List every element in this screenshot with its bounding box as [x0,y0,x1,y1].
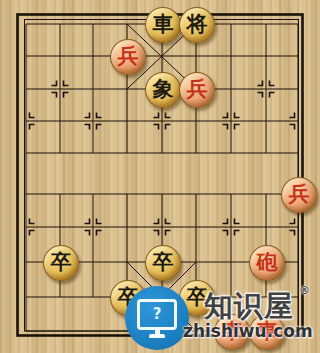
piece-red-soldier-3[interactable]: 兵 [281,177,317,213]
piece-black-soldier-2[interactable]: 卒 [145,245,181,281]
piece-black-chariot[interactable]: 車 [145,7,181,43]
piece-red-soldier-1[interactable]: 兵 [110,39,146,75]
piece-glyph: 兵 [289,184,310,205]
piece-black-general[interactable]: 将 [179,7,215,43]
piece-glyph: 卒 [51,252,72,273]
piece-glyph: 将 [187,14,208,35]
piece-glyph: 卒 [153,252,174,273]
piece-black-elephant[interactable]: 象 [145,72,181,108]
piece-glyph: 砲 [257,252,278,273]
piece-red-cannon[interactable]: 砲 [249,245,285,281]
piece-red-soldier-2[interactable]: 兵 [179,72,215,108]
watermark-url-text: zhishiwu.com [183,321,313,341]
piece-glyph: 兵 [118,46,139,67]
piece-glyph: 象 [153,79,174,100]
question-mark: ? [153,305,162,323]
xiangqi-screenshot: 車将象卒卒卒卒兵兵兵砲車車 ? 知识屋 ® zhishiwu.com [0,0,320,353]
piece-glyph: 兵 [187,79,208,100]
monitor-base [149,334,165,338]
piece-glyph: 車 [153,14,174,35]
monitor-stand [155,330,160,334]
registered-trademark-icon: ® [299,284,310,297]
monitor-icon: ? [137,299,177,330]
watermark-logo: ? [125,286,189,350]
piece-black-soldier-1[interactable]: 卒 [43,245,79,281]
